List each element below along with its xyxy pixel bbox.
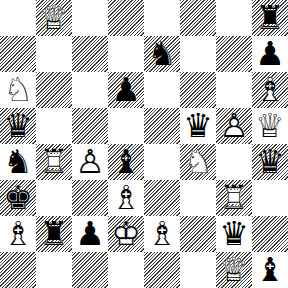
piece-black-queen[interactable]: ♛♛	[216, 216, 252, 252]
square-a8[interactable]	[0, 0, 36, 36]
square-h7[interactable]: ♟♟	[252, 36, 288, 72]
square-e5[interactable]	[144, 108, 180, 144]
square-a2[interactable]: ♝♗	[0, 216, 36, 252]
square-d6[interactable]: ♟♟	[108, 72, 144, 108]
square-a1[interactable]	[0, 252, 36, 288]
square-g4[interactable]	[216, 144, 252, 180]
square-f5[interactable]: ♛♛	[180, 108, 216, 144]
square-f2[interactable]	[180, 216, 216, 252]
square-f1[interactable]	[180, 252, 216, 288]
square-e4[interactable]	[144, 144, 180, 180]
black-pawn-glyph: ♟	[252, 36, 288, 72]
black-bishop-glyph: ♝	[108, 144, 144, 180]
piece-black-queen[interactable]: ♛♛	[252, 144, 288, 180]
black-rook-glyph: ♜	[252, 0, 288, 36]
square-h1[interactable]: ♝♝	[252, 252, 288, 288]
white-bishop-glyph: ♗	[252, 72, 288, 108]
white-knight-glyph: ♘	[0, 72, 36, 108]
piece-black-rook[interactable]: ♜♜	[252, 0, 288, 36]
square-g1[interactable]: ♛♕	[216, 252, 252, 288]
square-a6[interactable]: ♞♘	[0, 72, 36, 108]
square-d7[interactable]	[108, 36, 144, 72]
piece-white-bishop[interactable]: ♝♗	[0, 216, 36, 252]
piece-black-bishop[interactable]: ♝♝	[252, 252, 288, 288]
square-g8[interactable]	[216, 0, 252, 36]
piece-black-king[interactable]: ♚♚	[0, 180, 36, 216]
black-king-glyph: ♚	[0, 180, 36, 216]
square-b7[interactable]	[36, 36, 72, 72]
square-f7[interactable]	[180, 36, 216, 72]
square-a7[interactable]	[0, 36, 36, 72]
square-c5[interactable]	[72, 108, 108, 144]
white-pawn-glyph: ♙	[72, 144, 108, 180]
piece-white-rook[interactable]: ♜♖	[36, 144, 72, 180]
square-g6[interactable]	[216, 72, 252, 108]
piece-white-pawn[interactable]: ♟♙	[216, 108, 252, 144]
square-a3[interactable]: ♚♚	[0, 180, 36, 216]
black-pawn-glyph: ♟	[72, 216, 108, 252]
black-pawn-glyph: ♟	[108, 72, 144, 108]
piece-black-pawn[interactable]: ♟♟	[72, 216, 108, 252]
square-a4[interactable]: ♞♞	[0, 144, 36, 180]
square-e1[interactable]	[144, 252, 180, 288]
piece-white-knight[interactable]: ♞♘	[180, 144, 216, 180]
square-g5[interactable]: ♟♙	[216, 108, 252, 144]
piece-black-rook[interactable]: ♜♜	[36, 216, 72, 252]
square-d8[interactable]	[108, 0, 144, 36]
piece-black-pawn[interactable]: ♟♟	[252, 36, 288, 72]
square-b2[interactable]: ♜♜	[36, 216, 72, 252]
piece-white-bishop[interactable]: ♝♗	[144, 216, 180, 252]
square-c8[interactable]	[72, 0, 108, 36]
piece-black-bishop[interactable]: ♝♝	[108, 144, 144, 180]
piece-white-king[interactable]: ♚♔	[108, 216, 144, 252]
square-h6[interactable]: ♝♗	[252, 72, 288, 108]
square-g7[interactable]	[216, 36, 252, 72]
square-b3[interactable]	[36, 180, 72, 216]
square-d3[interactable]: ♝♗	[108, 180, 144, 216]
piece-white-bishop[interactable]: ♝♗	[108, 180, 144, 216]
piece-black-queen[interactable]: ♛♛	[0, 108, 36, 144]
square-c2[interactable]: ♟♟	[72, 216, 108, 252]
piece-black-knight[interactable]: ♞♞	[0, 144, 36, 180]
white-queen-glyph: ♕	[252, 108, 288, 144]
black-bishop-glyph: ♝	[252, 252, 288, 288]
square-f6[interactable]	[180, 72, 216, 108]
square-g3[interactable]: ♜♖	[216, 180, 252, 216]
white-knight-glyph: ♘	[180, 144, 216, 180]
piece-white-pawn[interactable]: ♟♙	[72, 144, 108, 180]
white-pawn-glyph: ♙	[216, 108, 252, 144]
black-queen-glyph: ♛	[252, 144, 288, 180]
square-d4[interactable]: ♝♝	[108, 144, 144, 180]
piece-white-rook[interactable]: ♜♖	[216, 180, 252, 216]
chess-diagram: ♛♕♜♜♞♞♟♟♞♘♟♟♝♗♛♛♛♛♟♙♛♕♞♞♜♖♟♙♝♝♞♘♛♛♚♚♝♗♜♖…	[0, 0, 288, 288]
square-h4[interactable]: ♛♛	[252, 144, 288, 180]
black-queen-glyph: ♛	[216, 216, 252, 252]
square-d1[interactable]	[108, 252, 144, 288]
square-c4[interactable]: ♟♙	[72, 144, 108, 180]
square-d2[interactable]: ♚♔	[108, 216, 144, 252]
square-h5[interactable]: ♛♕	[252, 108, 288, 144]
black-queen-glyph: ♛	[180, 108, 216, 144]
square-g2[interactable]: ♛♛	[216, 216, 252, 252]
square-h8[interactable]: ♜♜	[252, 0, 288, 36]
black-queen-glyph: ♛	[0, 108, 36, 144]
chess-board: ♛♕♜♜♞♞♟♟♞♘♟♟♝♗♛♛♛♛♟♙♛♕♞♞♜♖♟♙♝♝♞♘♛♛♚♚♝♗♜♖…	[0, 0, 288, 288]
square-e2[interactable]: ♝♗	[144, 216, 180, 252]
square-b4[interactable]: ♜♖	[36, 144, 72, 180]
piece-white-queen[interactable]: ♛♕	[36, 0, 72, 36]
square-c7[interactable]	[72, 36, 108, 72]
white-rook-glyph: ♖	[36, 144, 72, 180]
piece-black-knight[interactable]: ♞♞	[144, 36, 180, 72]
square-f3[interactable]	[180, 180, 216, 216]
piece-white-bishop[interactable]: ♝♗	[252, 72, 288, 108]
square-e7[interactable]: ♞♞	[144, 36, 180, 72]
square-b8[interactable]: ♛♕	[36, 0, 72, 36]
square-a5[interactable]: ♛♛	[0, 108, 36, 144]
white-bishop-glyph: ♗	[0, 216, 36, 252]
square-c3[interactable]	[72, 180, 108, 216]
square-f4[interactable]: ♞♘	[180, 144, 216, 180]
white-bishop-glyph: ♗	[144, 216, 180, 252]
square-c1[interactable]	[72, 252, 108, 288]
black-knight-glyph: ♞	[144, 36, 180, 72]
piece-black-queen[interactable]: ♛♛	[180, 108, 216, 144]
white-bishop-glyph: ♗	[108, 180, 144, 216]
square-f8[interactable]	[180, 0, 216, 36]
piece-white-queen[interactable]: ♛♕	[252, 108, 288, 144]
white-queen-glyph: ♕	[36, 0, 72, 36]
square-e3[interactable]	[144, 180, 180, 216]
square-e8[interactable]	[144, 0, 180, 36]
piece-black-pawn[interactable]: ♟♟	[108, 72, 144, 108]
square-b1[interactable]	[36, 252, 72, 288]
white-king-glyph: ♔	[108, 216, 144, 252]
square-d5[interactable]	[108, 108, 144, 144]
piece-white-knight[interactable]: ♞♘	[0, 72, 36, 108]
square-h3[interactable]	[252, 180, 288, 216]
square-b5[interactable]	[36, 108, 72, 144]
black-knight-glyph: ♞	[0, 144, 36, 180]
square-c6[interactable]	[72, 72, 108, 108]
black-rook-glyph: ♜	[36, 216, 72, 252]
square-e6[interactable]	[144, 72, 180, 108]
white-rook-glyph: ♖	[216, 180, 252, 216]
square-b6[interactable]	[36, 72, 72, 108]
square-h2[interactable]	[252, 216, 288, 252]
white-queen-glyph: ♕	[216, 252, 252, 288]
piece-white-queen[interactable]: ♛♕	[216, 252, 252, 288]
